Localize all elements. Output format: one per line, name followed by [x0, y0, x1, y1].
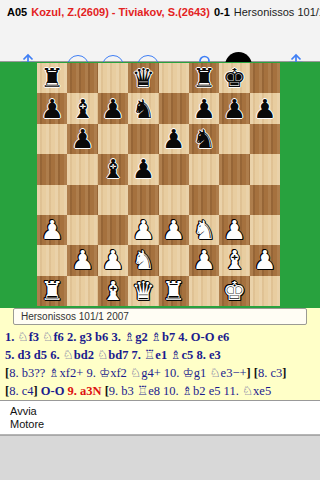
notation-segment[interactable]: 8. c3: [258, 366, 282, 380]
white-bishop: ♝: [223, 247, 246, 273]
notation-segment[interactable]: 9. b3 ♖e8 10. ♗b2 e5 11. ♘xe5: [109, 384, 271, 398]
square-e2[interactable]: [159, 245, 189, 275]
notation-segment[interactable]: 8. b3?? ♗xf2+ 9. ♔xf2 ♘g4+ 10. ♔g1 ♘e3−+: [9, 366, 246, 380]
square-b7[interactable]: ♝: [67, 93, 97, 123]
players-label: Kozul, Z.(2609) - Tiviakov, S.(2643): [31, 6, 210, 18]
black-rook: ♜: [192, 65, 215, 91]
top-toolbar: < > i: [0, 24, 320, 62]
eco-code: A05: [7, 6, 27, 18]
black-pawn: ♟: [41, 96, 64, 122]
result-label: 0-1: [214, 6, 230, 18]
square-g8[interactable]: ♚: [219, 63, 249, 93]
white-pawn: ♟: [192, 247, 215, 273]
square-a7[interactable]: ♟: [37, 93, 67, 123]
black-knight: ♞: [132, 96, 155, 122]
square-c3[interactable]: [98, 215, 128, 245]
title-bar: A05 Kozul, Z.(2609) - Tiviakov, S.(2643)…: [0, 0, 320, 24]
board-frame: ♜♛♜♚♟♝♟♞♟♟♟♟♟♞♝♟♟♟♟♞♟♟♟♞♟♝♟♜♝♛♜♚: [0, 62, 320, 308]
white-pawn: ♟: [132, 217, 155, 243]
square-a4[interactable]: [37, 185, 67, 215]
square-d2[interactable]: ♞: [128, 245, 158, 275]
square-g1[interactable]: ♚: [219, 276, 249, 306]
square-c1[interactable]: ♝: [98, 276, 128, 306]
square-c8[interactable]: [98, 63, 128, 93]
square-e3[interactable]: ♟: [159, 215, 189, 245]
square-h6[interactable]: [250, 124, 280, 154]
square-h5[interactable]: [250, 154, 280, 184]
square-e8[interactable]: [159, 63, 189, 93]
white-pawn: ♟: [101, 247, 124, 273]
white-bishop: ♝: [101, 278, 124, 304]
notation-line: [8. c4] O-O 9. a3N [9. b3 ♖e8 10. ♗b2 e5…: [5, 383, 317, 401]
white-pawn: ♟: [253, 247, 276, 273]
square-f4[interactable]: [189, 185, 219, 215]
square-c2[interactable]: ♟: [98, 245, 128, 275]
current-move[interactable]: 9. a3N: [68, 384, 102, 398]
square-d6[interactable]: [128, 124, 158, 154]
engine-start-button[interactable]: Avvia Motore: [0, 400, 320, 435]
square-c6[interactable]: [98, 124, 128, 154]
black-pawn: ♟: [101, 96, 124, 122]
white-pawn: ♟: [223, 217, 246, 243]
event-label: Hersonissos 101/1 2007: [234, 6, 320, 18]
square-e6[interactable]: ♟: [159, 124, 189, 154]
square-g7[interactable]: ♟: [219, 93, 249, 123]
white-pawn: ♟: [41, 217, 64, 243]
chess-board: ♜♛♜♚♟♝♟♞♟♟♟♟♟♞♝♟♟♟♟♞♟♟♟♞♟♝♟♜♝♛♜♚: [37, 63, 280, 306]
square-e5[interactable]: [159, 154, 189, 184]
square-f3[interactable]: ♞: [189, 215, 219, 245]
white-pawn: ♟: [162, 217, 185, 243]
square-h2[interactable]: ♟: [250, 245, 280, 275]
black-pawn: ♟: [253, 96, 276, 122]
notation-segment[interactable]: 5. d3 d5 6. ♘bd2 ♘bd7 7. ♖e1 ♗c5 8. e3: [5, 348, 221, 362]
square-d8[interactable]: ♛: [128, 63, 158, 93]
black-bishop: ♝: [71, 96, 94, 122]
notation-line: 5. d3 d5 6. ♘bd2 ♘bd7 7. ♖e1 ♗c5 8. e3: [5, 347, 317, 365]
square-d5[interactable]: ♟: [128, 154, 158, 184]
white-king: ♚: [223, 278, 246, 304]
square-a1[interactable]: ♜: [37, 276, 67, 306]
square-h8[interactable]: [250, 63, 280, 93]
square-g2[interactable]: ♝: [219, 245, 249, 275]
black-pawn: ♟: [132, 156, 155, 182]
square-b3[interactable]: [67, 215, 97, 245]
black-knight: ♞: [192, 126, 215, 152]
square-h1[interactable]: [250, 276, 280, 306]
square-b5[interactable]: [67, 154, 97, 184]
black-queen: ♛: [132, 65, 155, 91]
white-pawn: ♟: [71, 247, 94, 273]
square-a2[interactable]: [37, 245, 67, 275]
square-g6[interactable]: [219, 124, 249, 154]
square-f5[interactable]: [189, 154, 219, 184]
black-bishop: ♝: [101, 156, 124, 182]
square-c4[interactable]: [98, 185, 128, 215]
square-e7[interactable]: [159, 93, 189, 123]
square-f8[interactable]: ♜: [189, 63, 219, 93]
engine-label-line2: Motore: [10, 418, 320, 431]
square-c7[interactable]: ♟: [98, 93, 128, 123]
notation-line: [8. b3?? ♗xf2+ 9. ♔xf2 ♘g4+ 10. ♔g1 ♘e3−…: [5, 365, 317, 383]
white-rook: ♜: [41, 278, 64, 304]
square-e4[interactable]: [159, 185, 189, 215]
game-info-bar[interactable]: Hersonissos 101/1 2007: [13, 308, 307, 325]
notation-segment[interactable]: O-O: [41, 384, 68, 398]
square-h3[interactable]: [250, 215, 280, 245]
square-h4[interactable]: [250, 185, 280, 215]
white-knight: ♞: [192, 217, 215, 243]
square-d7[interactable]: ♞: [128, 93, 158, 123]
square-f2[interactable]: ♟: [189, 245, 219, 275]
notation-line: 1. ♘f3 ♘f6 2. g3 b6 3. ♗g2 ♗b7 4. O-O e6: [5, 329, 317, 347]
square-f1[interactable]: [189, 276, 219, 306]
notation-segment[interactable]: 8. c4: [9, 384, 33, 398]
white-knight: ♞: [132, 247, 155, 273]
square-h7[interactable]: ♟: [250, 93, 280, 123]
black-pawn: ♟: [192, 96, 215, 122]
square-a5[interactable]: [37, 154, 67, 184]
square-a3[interactable]: ♟: [37, 215, 67, 245]
chess-app-screen: A05 Kozul, Z.(2609) - Tiviakov, S.(2643)…: [0, 0, 320, 480]
bottom-toolbar: [0, 435, 320, 480]
square-f6[interactable]: ♞: [189, 124, 219, 154]
square-d1[interactable]: ♛: [128, 276, 158, 306]
square-g5[interactable]: [219, 154, 249, 184]
square-b6[interactable]: ♟: [67, 124, 97, 154]
square-b1[interactable]: [67, 276, 97, 306]
square-b2[interactable]: ♟: [67, 245, 97, 275]
black-pawn: ♟: [223, 96, 246, 122]
square-g3[interactable]: ♟: [219, 215, 249, 245]
game-info-text: Hersonissos 101/1 2007: [21, 311, 129, 322]
square-d4[interactable]: [128, 185, 158, 215]
square-d3[interactable]: ♟: [128, 215, 158, 245]
black-king: ♚: [223, 65, 246, 91]
black-pawn: ♟: [162, 126, 185, 152]
square-c5[interactable]: ♝: [98, 154, 128, 184]
black-rook: ♜: [41, 65, 64, 91]
square-g4[interactable]: [219, 185, 249, 215]
black-pawn: ♟: [71, 126, 94, 152]
square-b8[interactable]: [67, 63, 97, 93]
square-e1[interactable]: ♜: [159, 276, 189, 306]
notation-zone: Hersonissos 101/1 2007 1. ♘f3 ♘f6 2. g3 …: [0, 308, 320, 400]
notation-segment[interactable]: 1. ♘f3 ♘f6 2. g3 b6 3. ♗g2 ♗b7 4. O-O e6: [5, 330, 229, 344]
square-b4[interactable]: [67, 185, 97, 215]
notation-segment[interactable]: ]: [282, 366, 286, 380]
white-queen: ♛: [132, 278, 155, 304]
white-rook: ♜: [162, 278, 185, 304]
square-a6[interactable]: [37, 124, 67, 154]
move-list: 1. ♘f3 ♘f6 2. g3 b6 3. ♗g2 ♗b7 4. O-O e6…: [5, 329, 317, 401]
square-a8[interactable]: ♜: [37, 63, 67, 93]
engine-label-line1: Avvia: [10, 405, 320, 418]
square-f7[interactable]: ♟: [189, 93, 219, 123]
